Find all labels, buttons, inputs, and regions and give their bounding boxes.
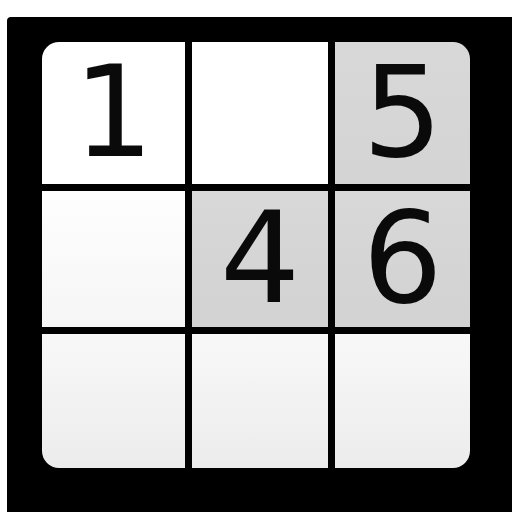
cell-r2c1[interactable] xyxy=(42,191,185,327)
cell-r3c1[interactable] xyxy=(42,334,185,468)
cell-r2c3[interactable]: 6 xyxy=(335,191,470,327)
cell-r3c2[interactable] xyxy=(192,334,328,468)
cell-r2c2[interactable]: 4 xyxy=(192,191,328,327)
screen: 1 5 4 6 xyxy=(0,0,512,512)
cell-r1c2[interactable] xyxy=(192,42,328,184)
cell-r3c3[interactable] xyxy=(335,334,470,468)
cell-r1c3[interactable]: 5 xyxy=(335,42,470,184)
cell-r1c1[interactable]: 1 xyxy=(42,42,185,184)
sudoku-board: 1 5 4 6 xyxy=(42,42,470,468)
